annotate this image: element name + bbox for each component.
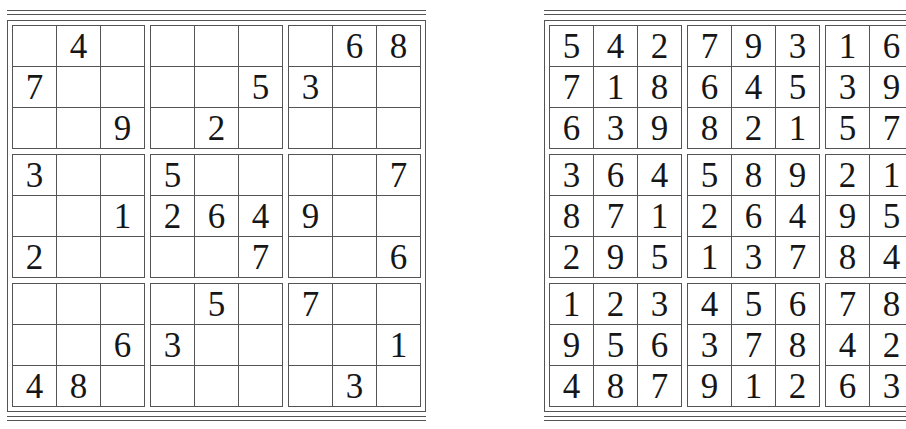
puzzle-box-4: 312 [12,154,145,278]
puzzle-cell-r9c6 [239,366,282,406]
puzzle-cell-r5c4: 2 [151,196,194,236]
puzzle-cell-r8c9: 1 [377,325,420,365]
solution-cell-r6c1: 2 [550,237,593,277]
solution-cell-r1c4: 7 [688,26,731,66]
puzzle-cell-r4c3 [101,155,144,195]
solution-box-3: 163957 [825,25,906,149]
puzzle-cell-r6c2 [57,237,100,277]
puzzle-cell-r6c9: 6 [377,237,420,277]
puzzle-cell-r7c4 [151,284,194,324]
puzzle-cell-r1c6 [239,26,282,66]
solution-cell-r6c6: 7 [776,237,819,277]
puzzle-cell-r7c9 [377,284,420,324]
solution-cell-r5c2: 7 [594,196,637,236]
puzzle-cell-r5c3: 1 [101,196,144,236]
solution-cell-r9c7: 6 [826,366,869,406]
puzzle-cell-r9c5 [195,366,238,406]
puzzle-cell-r8c7 [289,325,332,365]
puzzle-cell-r2c4 [151,67,194,107]
solution-cell-r7c4: 4 [688,284,731,324]
solution-cell-r4c8: 1 [870,155,906,195]
puzzle-cell-r9c4 [151,366,194,406]
solution-cell-r8c3: 6 [638,325,681,365]
solution-box-4: 364871295 [549,154,682,278]
puzzle-cell-r1c1 [13,26,56,66]
puzzle-cell-r4c2 [57,155,100,195]
puzzle-cell-r4c5 [195,155,238,195]
puzzle-cell-r3c4 [151,108,194,148]
puzzle-cell-r6c3 [101,237,144,277]
puzzle-cell-r7c6 [239,284,282,324]
puzzle-cell-r2c3 [101,67,144,107]
puzzle-cell-r5c9 [377,196,420,236]
puzzle-cell-r3c3: 9 [101,108,144,148]
solution-box-8: 456378912 [687,283,820,407]
puzzle-cell-r9c8: 3 [333,366,376,406]
figure-canvas: 479526833125264779664853713 542718639793… [0,0,906,429]
puzzle-bottom-rule [7,416,426,421]
solution-cell-r2c5: 4 [732,67,775,107]
puzzle-cell-r9c9 [377,366,420,406]
puzzle-cell-r5c1 [13,196,56,236]
solution-cell-r5c1: 8 [550,196,593,236]
puzzle-cell-r2c7: 3 [289,67,332,107]
puzzle-cell-r6c6: 7 [239,237,282,277]
solution-cell-r4c4: 5 [688,155,731,195]
solution-bottom-rule [544,416,906,421]
puzzle-box-6: 796 [288,154,421,278]
puzzle-cell-r2c6: 5 [239,67,282,107]
solution-cell-r4c1: 3 [550,155,593,195]
solution-cell-r3c6: 1 [776,108,819,148]
puzzle-cell-r1c5 [195,26,238,66]
puzzle-box-2: 52 [150,25,283,149]
puzzle-cell-r5c8 [333,196,376,236]
solution-cell-r6c3: 5 [638,237,681,277]
solution-cell-r4c6: 9 [776,155,819,195]
puzzle-cell-r2c5 [195,67,238,107]
sudoku-puzzle: 479526833125264779664853713 [7,10,426,421]
solution-cell-r2c1: 7 [550,67,593,107]
puzzle-cell-r1c8: 6 [333,26,376,66]
solution-cell-r4c2: 6 [594,155,637,195]
puzzle-cell-r6c4 [151,237,194,277]
puzzle-cell-r8c1 [13,325,56,365]
solution-cell-r6c5: 3 [732,237,775,277]
solution-cell-r3c3: 9 [638,108,681,148]
puzzle-cell-r2c2 [57,67,100,107]
solution-cell-r3c7: 5 [826,108,869,148]
puzzle-cell-r2c1: 7 [13,67,56,107]
solution-cell-r7c1: 1 [550,284,593,324]
puzzle-cell-r2c9 [377,67,420,107]
puzzle-cell-r1c3 [101,26,144,66]
solution-cell-r1c7: 1 [826,26,869,66]
puzzle-cell-r3c7 [289,108,332,148]
puzzle-cell-r8c5 [195,325,238,365]
puzzle-cell-r5c6: 4 [239,196,282,236]
solution-cell-r7c6: 6 [776,284,819,324]
solution-cell-r8c5: 7 [732,325,775,365]
puzzle-cell-r2c8 [333,67,376,107]
solution-cell-r4c3: 4 [638,155,681,195]
solution-cell-r2c2: 1 [594,67,637,107]
solution-cell-r9c5: 1 [732,366,775,406]
puzzle-cell-r3c8 [333,108,376,148]
puzzle-box-8: 53 [150,283,283,407]
solution-cell-r1c1: 5 [550,26,593,66]
solution-cell-r3c5: 2 [732,108,775,148]
solution-cell-r5c4: 2 [688,196,731,236]
sudoku-solution: 5427186397936458211639573648712955892641… [544,10,906,421]
solution-box-7: 123956487 [549,283,682,407]
puzzle-cell-r7c2 [57,284,100,324]
solution-cell-r9c3: 7 [638,366,681,406]
puzzle-cell-r7c8 [333,284,376,324]
puzzle-cell-r5c5: 6 [195,196,238,236]
solution-cell-r3c2: 3 [594,108,637,148]
solution-cell-r2c6: 5 [776,67,819,107]
puzzle-cell-r1c7 [289,26,332,66]
solution-box-6: 219584 [825,154,906,278]
puzzle-cell-r9c2: 8 [57,366,100,406]
solution-cell-r6c2: 9 [594,237,637,277]
puzzle-cell-r3c9 [377,108,420,148]
puzzle-cell-r9c7 [289,366,332,406]
solution-box-2: 793645821 [687,25,820,149]
puzzle-top-rule [7,10,426,15]
puzzle-cell-r8c4: 3 [151,325,194,365]
puzzle-cell-r4c8 [333,155,376,195]
puzzle-cell-r3c2 [57,108,100,148]
puzzle-cell-r8c2 [57,325,100,365]
solution-cell-r4c7: 2 [826,155,869,195]
solution-cell-r6c8: 4 [870,237,906,277]
solution-cell-r1c2: 4 [594,26,637,66]
puzzle-cell-r1c2: 4 [57,26,100,66]
puzzle-cell-r7c5: 5 [195,284,238,324]
solution-cell-r1c3: 2 [638,26,681,66]
solution-cell-r5c8: 5 [870,196,906,236]
puzzle-cell-r4c6 [239,155,282,195]
solution-cell-r5c7: 9 [826,196,869,236]
solution-cell-r8c8: 2 [870,325,906,365]
solution-box-5: 589264137 [687,154,820,278]
solution-cell-r2c7: 3 [826,67,869,107]
solution-cell-r9c2: 8 [594,366,637,406]
solution-board: 5427186397936458211639573648712955892641… [544,20,906,412]
solution-cell-r9c4: 9 [688,366,731,406]
solution-cell-r3c8: 7 [870,108,906,148]
puzzle-cell-r9c3 [101,366,144,406]
solution-cell-r9c1: 4 [550,366,593,406]
puzzle-box-7: 648 [12,283,145,407]
solution-cell-r7c2: 2 [594,284,637,324]
puzzle-cell-r8c6 [239,325,282,365]
solution-cell-r5c3: 1 [638,196,681,236]
puzzle-box-1: 479 [12,25,145,149]
solution-cell-r8c4: 3 [688,325,731,365]
solution-cell-r7c3: 3 [638,284,681,324]
solution-cell-r2c4: 6 [688,67,731,107]
solution-cell-r6c7: 8 [826,237,869,277]
puzzle-cell-r4c9: 7 [377,155,420,195]
solution-cell-r7c5: 5 [732,284,775,324]
solution-cell-r3c1: 6 [550,108,593,148]
solution-cell-r9c8: 3 [870,366,906,406]
solution-cell-r1c5: 9 [732,26,775,66]
puzzle-cell-r4c4: 5 [151,155,194,195]
puzzle-cell-r3c6 [239,108,282,148]
puzzle-board: 479526833125264779664853713 [7,20,426,412]
puzzle-cell-r1c9: 8 [377,26,420,66]
puzzle-cell-r5c7: 9 [289,196,332,236]
solution-top-rule [544,10,906,15]
puzzle-cell-r7c3 [101,284,144,324]
solution-cell-r6c4: 1 [688,237,731,277]
solution-cell-r8c7: 4 [826,325,869,365]
solution-cell-r4c5: 8 [732,155,775,195]
solution-cell-r9c6: 2 [776,366,819,406]
puzzle-cell-r6c1: 2 [13,237,56,277]
solution-cell-r3c4: 8 [688,108,731,148]
puzzle-cell-r8c3: 6 [101,325,144,365]
puzzle-cell-r9c1: 4 [13,366,56,406]
puzzle-cell-r6c8 [333,237,376,277]
puzzle-cell-r3c5: 2 [195,108,238,148]
puzzle-box-5: 52647 [150,154,283,278]
puzzle-cell-r6c7 [289,237,332,277]
puzzle-cell-r7c7: 7 [289,284,332,324]
puzzle-box-9: 713 [288,283,421,407]
puzzle-cell-r5c2 [57,196,100,236]
puzzle-cell-r4c7 [289,155,332,195]
puzzle-cell-r1c4 [151,26,194,66]
puzzle-cell-r8c8 [333,325,376,365]
solution-box-1: 542718639 [549,25,682,149]
solution-cell-r1c6: 3 [776,26,819,66]
puzzle-cell-r6c5 [195,237,238,277]
puzzle-cell-r4c1: 3 [13,155,56,195]
solution-cell-r7c8: 8 [870,284,906,324]
solution-cell-r2c3: 8 [638,67,681,107]
puzzle-cell-r7c1 [13,284,56,324]
solution-cell-r5c6: 4 [776,196,819,236]
solution-cell-r8c2: 5 [594,325,637,365]
puzzle-cell-r3c1 [13,108,56,148]
solution-cell-r8c1: 9 [550,325,593,365]
solution-box-9: 784263 [825,283,906,407]
puzzle-box-3: 683 [288,25,421,149]
solution-cell-r1c8: 6 [870,26,906,66]
solution-cell-r8c6: 8 [776,325,819,365]
solution-cell-r7c7: 7 [826,284,869,324]
solution-cell-r5c5: 6 [732,196,775,236]
solution-cell-r2c8: 9 [870,67,906,107]
